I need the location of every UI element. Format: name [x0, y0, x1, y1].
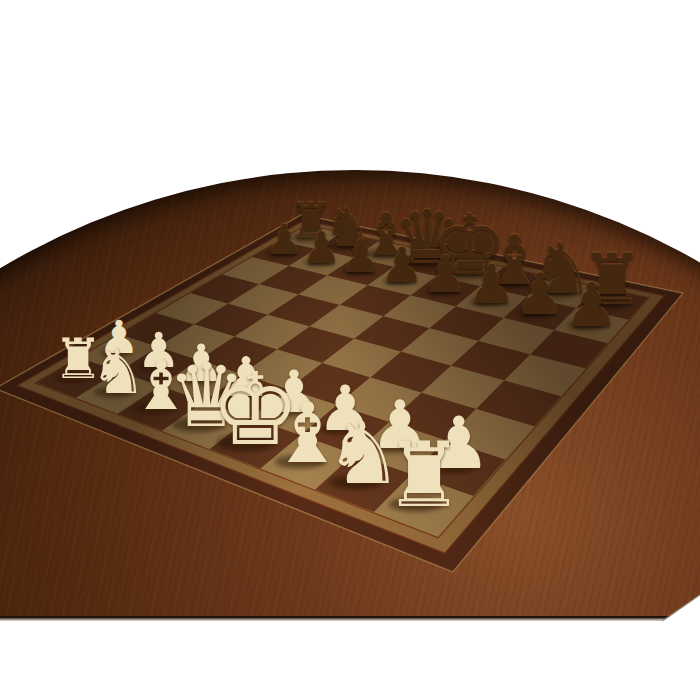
pieces-layer: ♜♞♟♝♟♛♟♚♟♝♟♞♟♜♟♟♟♟♜♟♞♟♝♟♛♟♚♟♝♟♞♜ [0, 0, 700, 700]
piece-h1-white-rook[interactable]: ♜ [384, 431, 464, 521]
piece-e7-black-pawn[interactable]: ♟ [423, 249, 469, 300]
piece-c7-black-pawn[interactable]: ♟ [340, 233, 381, 279]
piece-d7-black-pawn[interactable]: ♟ [380, 241, 424, 290]
piece-g7-black-pawn[interactable]: ♟ [514, 266, 565, 323]
piece-b7-black-pawn[interactable]: ♟ [302, 226, 341, 270]
piece-f7-black-pawn[interactable]: ♟ [467, 257, 516, 311]
piece-h7-black-pawn[interactable]: ♟ [564, 275, 618, 336]
piece-a7-black-pawn[interactable]: ♟ [265, 219, 302, 261]
chess-table-photo: ♜♞♟♝♟♛♟♚♟♝♟♞♟♜♟♟♟♟♜♟♞♟♝♟♛♟♚♟♝♟♞♜ [0, 0, 700, 700]
